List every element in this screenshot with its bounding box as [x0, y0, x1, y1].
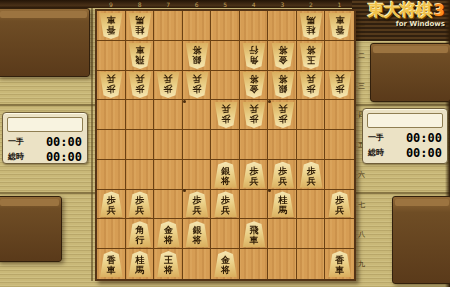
square-8f[interactable] [126, 160, 155, 190]
square-6f[interactable] [183, 160, 212, 190]
square-2g[interactable] [297, 190, 326, 220]
sente-komadai-tray[interactable] [392, 196, 450, 284]
square-5a[interactable] [211, 11, 240, 41]
square-4e[interactable] [240, 130, 269, 160]
square-1f[interactable] [325, 160, 354, 190]
square-5h[interactable] [211, 219, 240, 249]
rank-label-2: 二 [358, 51, 368, 61]
square-5e[interactable] [211, 130, 240, 160]
square-3h[interactable] [268, 219, 297, 249]
tatami-seam [356, 104, 450, 106]
right-total-time-label: 総時 [368, 147, 384, 158]
right-top-tray[interactable] [370, 43, 450, 102]
square-5b[interactable] [211, 41, 240, 71]
rank-label-7: 七 [358, 200, 368, 210]
square-9f[interactable] [97, 160, 126, 190]
square-8d[interactable] [126, 100, 155, 130]
square-7e[interactable] [154, 130, 183, 160]
square-2e[interactable] [297, 130, 326, 160]
square-9b[interactable] [97, 41, 126, 71]
file-label-2: 2 [306, 1, 316, 8]
square-6a[interactable] [183, 11, 212, 41]
square-8e[interactable] [126, 130, 155, 160]
hoshi-dot [268, 189, 271, 192]
right-move-time-value: 00:00 [406, 131, 442, 145]
hoshi-dot [268, 100, 271, 103]
file-label-5: 5 [220, 1, 230, 8]
square-1h[interactable] [325, 219, 354, 249]
square-1b[interactable] [325, 41, 354, 71]
rank-label-6: 六 [358, 170, 368, 180]
app-logo: 東大将棋3 for Windows [368, 2, 445, 28]
square-2d[interactable] [297, 100, 326, 130]
square-5c[interactable] [211, 71, 240, 101]
square-6i[interactable] [183, 249, 212, 279]
file-label-9: 9 [106, 1, 116, 8]
square-4g[interactable] [240, 190, 269, 220]
right-total-time-value: 00:00 [406, 146, 442, 160]
file-label-3: 3 [277, 1, 287, 8]
square-4i[interactable] [240, 249, 269, 279]
tatami-seam [356, 192, 450, 194]
app-window: 東大将棋3 for Windows 香車桂馬桂馬香車飛車銀将角行金将玉将歩兵歩兵… [0, 0, 450, 287]
hoshi-dot [183, 189, 186, 192]
square-2i[interactable] [297, 249, 326, 279]
file-label-7: 7 [163, 1, 173, 8]
square-6d[interactable] [183, 100, 212, 130]
file-label-4: 4 [249, 1, 259, 8]
hoshi-dot [183, 100, 186, 103]
square-3a[interactable] [268, 11, 297, 41]
file-label-8: 8 [135, 1, 145, 8]
square-9h[interactable] [97, 219, 126, 249]
file-label-1: 1 [334, 1, 344, 8]
right-move-time-label: 一手 [368, 132, 384, 143]
logo-title: 東大将棋 [368, 0, 432, 20]
tatami-seam [91, 8, 93, 281]
square-7a[interactable] [154, 11, 183, 41]
square-9d[interactable] [97, 100, 126, 130]
square-4a[interactable] [240, 11, 269, 41]
left-bottom-tray[interactable] [0, 196, 62, 262]
square-9e[interactable] [97, 130, 126, 160]
logo-subtitle: for Windows [368, 21, 445, 28]
tatami-seam [0, 104, 95, 106]
left-total-time-value: 00:00 [46, 150, 82, 164]
rank-label-3: 三 [358, 81, 368, 91]
gote-komadai-tray[interactable] [0, 8, 90, 77]
shogi-board: 香車桂馬桂馬香車飛車銀将角行金将玉将歩兵歩兵歩兵歩兵金将銀将歩兵歩兵歩兵歩兵歩兵… [95, 9, 356, 281]
file-label-6: 6 [192, 1, 202, 8]
left-move-time-value: 00:00 [46, 135, 82, 149]
right-clock-panel: 一手 00:00 総時 00:00 [362, 108, 448, 164]
square-7d[interactable] [154, 100, 183, 130]
left-move-time-label: 一手 [8, 136, 24, 147]
rank-label-9: 九 [358, 259, 368, 269]
square-7b[interactable] [154, 41, 183, 71]
rank-label-1: 一 [358, 21, 368, 31]
square-6e[interactable] [183, 130, 212, 160]
left-clock-panel: 一手 00:00 総時 00:00 [2, 112, 88, 164]
square-3i[interactable] [268, 249, 297, 279]
right-player-name-field[interactable] [367, 113, 443, 128]
logo-version-badge: 3 [434, 3, 445, 19]
square-7f[interactable] [154, 160, 183, 190]
square-1d[interactable] [325, 100, 354, 130]
square-2h[interactable] [297, 219, 326, 249]
square-7g[interactable] [154, 190, 183, 220]
left-total-time-label: 総時 [8, 151, 24, 162]
left-player-name-field[interactable] [7, 117, 83, 132]
square-1e[interactable] [325, 130, 354, 160]
square-3e[interactable] [268, 130, 297, 160]
rank-label-8: 八 [358, 229, 368, 239]
tatami-seam [0, 192, 95, 194]
